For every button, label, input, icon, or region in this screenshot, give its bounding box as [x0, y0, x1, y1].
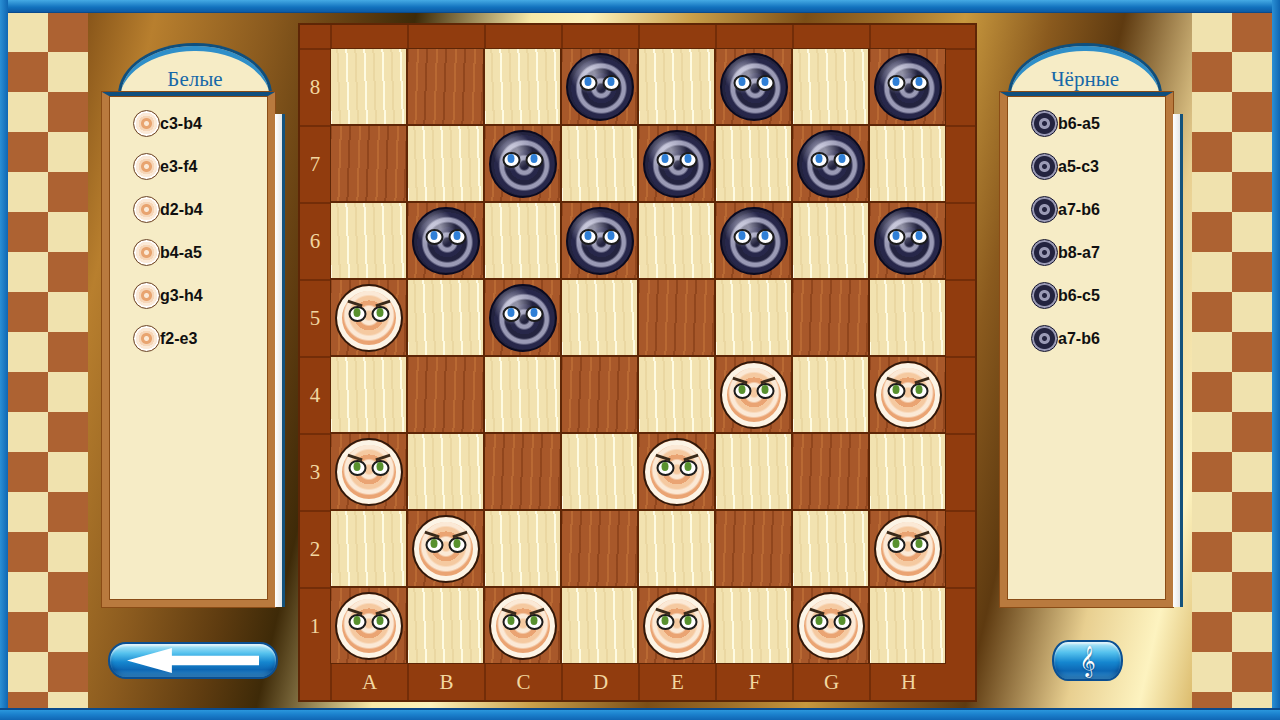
move-text: b6-c5 — [1058, 287, 1100, 305]
move-item: g3-h4 — [133, 274, 268, 317]
board-border-right — [946, 356, 975, 433]
square-c6[interactable] — [484, 202, 561, 279]
square-h7[interactable] — [869, 125, 946, 202]
board-border-top — [715, 25, 792, 48]
checker-face — [502, 152, 543, 168]
move-item: a7-b6 — [1031, 317, 1166, 360]
checker-black-g7[interactable] — [797, 130, 865, 198]
square-b8[interactable] — [407, 48, 484, 125]
square-g1[interactable] — [792, 587, 869, 664]
square-a6[interactable] — [330, 202, 407, 279]
board-border-top — [561, 25, 638, 48]
move-item: f2-e3 — [133, 317, 268, 360]
checker-face — [887, 229, 928, 245]
square-g2[interactable] — [792, 510, 869, 587]
square-e8[interactable] — [638, 48, 715, 125]
square-d2[interactable] — [561, 510, 638, 587]
square-f5[interactable] — [715, 279, 792, 356]
checker-black-icon — [1031, 110, 1058, 137]
square-g6[interactable] — [792, 202, 869, 279]
move-text: c3-b4 — [160, 115, 202, 133]
checker-face — [425, 229, 466, 245]
square-f3[interactable] — [715, 433, 792, 510]
square-b5[interactable] — [407, 279, 484, 356]
square-a2[interactable] — [330, 510, 407, 587]
white-moves-panel: c3-b4e3-f4d2-b4b4-a5g3-h4f2-e3 — [102, 92, 275, 607]
checker-face — [579, 75, 620, 91]
move-item: b4-a5 — [133, 231, 268, 274]
board-border-right — [946, 587, 975, 664]
file-label-A: A — [330, 664, 407, 700]
move-item: a7-b6 — [1031, 188, 1166, 231]
checker-face — [502, 614, 543, 630]
move-text: b8-a7 — [1058, 244, 1100, 262]
checker-white-b2[interactable] — [412, 515, 480, 583]
move-text: b6-a5 — [1058, 115, 1100, 133]
square-a4[interactable] — [330, 356, 407, 433]
checker-black-d6[interactable] — [566, 207, 634, 275]
white-moves-list: c3-b4e3-f4d2-b4b4-a5g3-h4f2-e3 — [109, 96, 268, 360]
board-border-right — [946, 202, 975, 279]
board-border-corner-top-left — [300, 25, 330, 48]
frame-top — [0, 0, 1280, 13]
square-c3[interactable] — [484, 433, 561, 510]
square-c7[interactable] — [484, 125, 561, 202]
move-text: g3-h4 — [160, 287, 203, 305]
black-panel-scrollbar[interactable] — [1173, 114, 1183, 607]
square-d6[interactable] — [561, 202, 638, 279]
frame-bottom — [0, 708, 1280, 720]
move-item: e3-f4 — [133, 145, 268, 188]
board-border-right — [946, 433, 975, 510]
square-b6[interactable] — [407, 202, 484, 279]
square-c4[interactable] — [484, 356, 561, 433]
rank-label-4: 4 — [300, 356, 330, 433]
rank-label-7: 7 — [300, 125, 330, 202]
checker-black-h6[interactable] — [874, 207, 942, 275]
square-d1[interactable] — [561, 587, 638, 664]
square-d5[interactable] — [561, 279, 638, 356]
white-panel-header: Белые — [118, 43, 272, 96]
black-moves-panel: b6-a5a5-c3a7-b6b8-a7b6-c5a7-b6 — [1000, 92, 1173, 607]
square-a7[interactable] — [330, 125, 407, 202]
square-d8[interactable] — [561, 48, 638, 125]
black-moves-list: b6-a5a5-c3a7-b6b8-a7b6-c5a7-b6 — [1007, 96, 1166, 360]
rank-label-8: 8 — [300, 48, 330, 125]
square-b7[interactable] — [407, 125, 484, 202]
move-item: a5-c3 — [1031, 145, 1166, 188]
square-g5[interactable] — [792, 279, 869, 356]
left-arrow-icon — [127, 648, 259, 674]
checker-white-g1[interactable] — [797, 592, 865, 660]
move-item: b6-a5 — [1031, 102, 1166, 145]
rank-label-3: 3 — [300, 433, 330, 510]
checker-white-icon — [133, 196, 160, 223]
checker-black-d8[interactable] — [566, 53, 634, 121]
move-item: b6-c5 — [1031, 274, 1166, 317]
checker-white-c1[interactable] — [489, 592, 557, 660]
checker-face — [656, 152, 697, 168]
square-a3[interactable] — [330, 433, 407, 510]
board-border-top — [330, 25, 407, 48]
checker-face — [656, 460, 697, 476]
checker-face — [656, 614, 697, 630]
board-border-right — [946, 279, 975, 356]
file-label-D: D — [561, 664, 638, 700]
board-border-corner-bottom-left — [300, 664, 330, 700]
music-button[interactable]: 𝄞 — [1052, 640, 1123, 681]
file-label-C: C — [484, 664, 561, 700]
square-e3[interactable] — [638, 433, 715, 510]
checker-white-icon — [133, 153, 160, 180]
square-h5[interactable] — [869, 279, 946, 356]
checker-face — [348, 614, 389, 630]
checker-black-icon — [1031, 325, 1058, 352]
square-c5[interactable] — [484, 279, 561, 356]
checker-face — [810, 614, 851, 630]
board-border-top — [792, 25, 869, 48]
checker-white-e3[interactable] — [643, 438, 711, 506]
move-text: a5-c3 — [1058, 158, 1099, 176]
square-f2[interactable] — [715, 510, 792, 587]
checker-black-c7[interactable] — [489, 130, 557, 198]
game-screen: 87654321ABCDEFGH Белые c3-b4e3-f4d2-b4b4… — [0, 0, 1280, 720]
checker-black-b6[interactable] — [412, 207, 480, 275]
checker-face — [887, 537, 928, 553]
checker-face — [579, 229, 620, 245]
square-f8[interactable] — [715, 48, 792, 125]
square-g4[interactable] — [792, 356, 869, 433]
square-d3[interactable] — [561, 433, 638, 510]
rank-label-6: 6 — [300, 202, 330, 279]
file-label-H: H — [869, 664, 946, 700]
square-h4[interactable] — [869, 356, 946, 433]
move-text: b4-a5 — [160, 244, 202, 262]
move-item: c3-b4 — [133, 102, 268, 145]
checker-black-icon — [1031, 239, 1058, 266]
checker-white-icon — [133, 325, 160, 352]
checker-face — [733, 75, 774, 91]
move-text: a7-b6 — [1058, 330, 1100, 348]
board-border-top — [484, 25, 561, 48]
move-item: b8-a7 — [1031, 231, 1166, 274]
treble-clef-icon: 𝄞 — [1080, 647, 1096, 674]
checker-white-a5[interactable] — [335, 284, 403, 352]
square-h3[interactable] — [869, 433, 946, 510]
square-a5[interactable] — [330, 279, 407, 356]
checker-face — [887, 75, 928, 91]
square-b4[interactable] — [407, 356, 484, 433]
checker-face — [733, 229, 774, 245]
board-border-corner-bottom-right — [946, 664, 975, 700]
rank-label-2: 2 — [300, 510, 330, 587]
checker-face — [348, 460, 389, 476]
board-border-top — [407, 25, 484, 48]
square-e5[interactable] — [638, 279, 715, 356]
file-label-B: B — [407, 664, 484, 700]
square-e6[interactable] — [638, 202, 715, 279]
square-e2[interactable] — [638, 510, 715, 587]
square-h1[interactable] — [869, 587, 946, 664]
move-text: a7-b6 — [1058, 201, 1100, 219]
checker-black-f8[interactable] — [720, 53, 788, 121]
square-e4[interactable] — [638, 356, 715, 433]
checker-black-c5[interactable] — [489, 284, 557, 352]
square-b1[interactable] — [407, 587, 484, 664]
square-e1[interactable] — [638, 587, 715, 664]
square-f6[interactable] — [715, 202, 792, 279]
square-c8[interactable] — [484, 48, 561, 125]
square-d7[interactable] — [561, 125, 638, 202]
checker-black-f6[interactable] — [720, 207, 788, 275]
square-c1[interactable] — [484, 587, 561, 664]
move-item: d2-b4 — [133, 188, 268, 231]
square-g8[interactable] — [792, 48, 869, 125]
checker-white-icon — [133, 110, 160, 137]
square-d4[interactable] — [561, 356, 638, 433]
square-a1[interactable] — [330, 587, 407, 664]
square-f1[interactable] — [715, 587, 792, 664]
square-g3[interactable] — [792, 433, 869, 510]
background-checker-strip-right — [1192, 12, 1272, 708]
checker-white-a3[interactable] — [335, 438, 403, 506]
file-label-G: G — [792, 664, 869, 700]
square-h6[interactable] — [869, 202, 946, 279]
checker-black-icon — [1031, 153, 1058, 180]
checker-face — [733, 383, 774, 399]
back-button[interactable] — [108, 642, 278, 679]
square-b2[interactable] — [407, 510, 484, 587]
frame-right — [1272, 0, 1280, 720]
square-h2[interactable] — [869, 510, 946, 587]
square-f7[interactable] — [715, 125, 792, 202]
move-text: d2-b4 — [160, 201, 203, 219]
square-a8[interactable] — [330, 48, 407, 125]
frame-left — [0, 0, 8, 720]
checker-white-icon — [133, 282, 160, 309]
rank-label-1: 1 — [300, 587, 330, 664]
file-label-E: E — [638, 664, 715, 700]
black-panel-header: Чёрные — [1008, 43, 1162, 96]
move-text: f2-e3 — [160, 330, 197, 348]
rank-label-5: 5 — [300, 279, 330, 356]
square-b3[interactable] — [407, 433, 484, 510]
square-c2[interactable] — [484, 510, 561, 587]
move-text: e3-f4 — [160, 158, 197, 176]
checker-face — [348, 306, 389, 322]
board-border-right — [946, 125, 975, 202]
square-f4[interactable] — [715, 356, 792, 433]
checker-white-e1[interactable] — [643, 592, 711, 660]
background-checker-strip-left — [8, 12, 88, 708]
checker-black-e7[interactable] — [643, 130, 711, 198]
board-border-top — [638, 25, 715, 48]
board-border-right — [946, 48, 975, 125]
checker-black-icon — [1031, 282, 1058, 309]
white-panel-scrollbar[interactable] — [275, 114, 285, 607]
checker-white-h4[interactable] — [874, 361, 942, 429]
checkers-board: 87654321ABCDEFGH — [300, 25, 975, 700]
checker-white-h2[interactable] — [874, 515, 942, 583]
checker-face — [425, 537, 466, 553]
checker-black-h8[interactable] — [874, 53, 942, 121]
checker-white-a1[interactable] — [335, 592, 403, 660]
file-label-F: F — [715, 664, 792, 700]
square-e7[interactable] — [638, 125, 715, 202]
checker-face — [810, 152, 851, 168]
checker-black-icon — [1031, 196, 1058, 223]
checker-white-f4[interactable] — [720, 361, 788, 429]
checker-face — [887, 383, 928, 399]
board-border-right — [946, 510, 975, 587]
board-border-top — [869, 25, 946, 48]
checker-face — [502, 306, 543, 322]
board-border-corner-top-right — [946, 25, 975, 48]
square-g7[interactable] — [792, 125, 869, 202]
square-h8[interactable] — [869, 48, 946, 125]
checker-white-icon — [133, 239, 160, 266]
